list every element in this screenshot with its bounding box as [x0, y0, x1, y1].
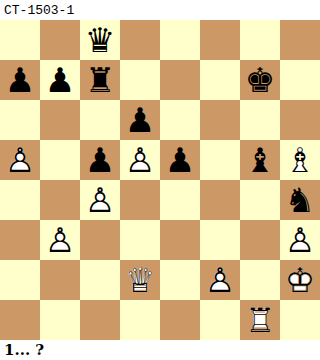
title-bar: CT-1503-1	[0, 0, 320, 20]
square-d6[interactable]: ♟	[120, 100, 160, 140]
square-e3[interactable]	[160, 220, 200, 260]
square-b8[interactable]	[40, 20, 80, 60]
black-queen-c8[interactable]: ♛	[85, 20, 115, 60]
square-b2[interactable]	[40, 260, 80, 300]
square-c6[interactable]	[80, 100, 120, 140]
square-a5[interactable]: ♟♙	[0, 140, 40, 180]
square-g6[interactable]	[240, 100, 280, 140]
square-f1[interactable]	[200, 300, 240, 340]
square-g5[interactable]: ♝	[240, 140, 280, 180]
black-piece-glyph: ♟	[125, 100, 155, 140]
square-d7[interactable]	[120, 60, 160, 100]
black-piece-glyph: ♟	[85, 140, 115, 180]
square-a4[interactable]	[0, 180, 40, 220]
square-h8[interactable]	[280, 20, 320, 60]
square-h4[interactable]: ♞	[280, 180, 320, 220]
square-e5[interactable]: ♟	[160, 140, 200, 180]
square-b1[interactable]	[40, 300, 80, 340]
square-g3[interactable]	[240, 220, 280, 260]
square-e8[interactable]	[160, 20, 200, 60]
square-h3[interactable]: ♟♙	[280, 220, 320, 260]
square-f2[interactable]: ♟♙	[200, 260, 240, 300]
square-a7[interactable]: ♟	[0, 60, 40, 100]
chess-puzzle-screen: CT-1503-1 ♛♟♟♜♚♟♟♙♟♟♙♟♝♝♗♟♙♞♟♙♟♙♛♕♟♙♚♔♜♖…	[0, 0, 320, 360]
black-pawn-b7[interactable]: ♟	[45, 60, 75, 100]
square-d4[interactable]	[120, 180, 160, 220]
square-c5[interactable]: ♟	[80, 140, 120, 180]
square-h6[interactable]	[280, 100, 320, 140]
white-pawn-f2[interactable]: ♟♙	[205, 260, 235, 300]
square-h1[interactable]	[280, 300, 320, 340]
black-pawn-c5[interactable]: ♟	[85, 140, 115, 180]
square-g2[interactable]	[240, 260, 280, 300]
square-f7[interactable]	[200, 60, 240, 100]
square-a2[interactable]	[0, 260, 40, 300]
black-piece-glyph: ♝	[245, 140, 275, 180]
black-bishop-g5[interactable]: ♝	[245, 140, 275, 180]
square-d8[interactable]	[120, 20, 160, 60]
white-piece-outline: ♙	[125, 140, 155, 180]
white-pawn-d5[interactable]: ♟♙	[125, 140, 155, 180]
square-c7[interactable]: ♜	[80, 60, 120, 100]
square-h5[interactable]: ♝♗	[280, 140, 320, 180]
white-king-h2[interactable]: ♚♔	[285, 260, 315, 300]
square-e2[interactable]	[160, 260, 200, 300]
square-d5[interactable]: ♟♙	[120, 140, 160, 180]
black-king-g7[interactable]: ♚	[245, 60, 275, 100]
black-piece-glyph: ♚	[245, 60, 275, 100]
square-g1[interactable]: ♜♖	[240, 300, 280, 340]
square-d1[interactable]	[120, 300, 160, 340]
square-d3[interactable]	[120, 220, 160, 260]
black-piece-glyph: ♟	[5, 60, 35, 100]
square-b5[interactable]	[40, 140, 80, 180]
white-piece-outline: ♙	[85, 180, 115, 220]
black-piece-glyph: ♟	[45, 60, 75, 100]
square-b6[interactable]	[40, 100, 80, 140]
square-f4[interactable]	[200, 180, 240, 220]
white-bishop-h5[interactable]: ♝♗	[285, 140, 315, 180]
white-queen-d2[interactable]: ♛♕	[125, 260, 155, 300]
square-f5[interactable]	[200, 140, 240, 180]
white-piece-outline: ♗	[285, 140, 315, 180]
square-b3[interactable]: ♟♙	[40, 220, 80, 260]
square-h7[interactable]	[280, 60, 320, 100]
square-a6[interactable]	[0, 100, 40, 140]
square-g8[interactable]	[240, 20, 280, 60]
square-a3[interactable]	[0, 220, 40, 260]
square-b4[interactable]	[40, 180, 80, 220]
black-rook-c7[interactable]: ♜	[85, 60, 115, 100]
square-e1[interactable]	[160, 300, 200, 340]
square-f3[interactable]	[200, 220, 240, 260]
black-pawn-d6[interactable]: ♟	[125, 100, 155, 140]
square-h2[interactable]: ♚♔	[280, 260, 320, 300]
square-c4[interactable]: ♟♙	[80, 180, 120, 220]
square-c1[interactable]	[80, 300, 120, 340]
chess-board[interactable]: ♛♟♟♜♚♟♟♙♟♟♙♟♝♝♗♟♙♞♟♙♟♙♛♕♟♙♚♔♜♖	[0, 20, 320, 340]
white-piece-outline: ♙	[5, 140, 35, 180]
square-f6[interactable]	[200, 100, 240, 140]
square-e6[interactable]	[160, 100, 200, 140]
square-b7[interactable]: ♟	[40, 60, 80, 100]
puzzle-title: CT-1503-1	[0, 3, 74, 18]
square-c2[interactable]	[80, 260, 120, 300]
black-piece-glyph: ♟	[165, 140, 195, 180]
square-c3[interactable]	[80, 220, 120, 260]
black-pawn-a7[interactable]: ♟	[5, 60, 35, 100]
square-a1[interactable]	[0, 300, 40, 340]
square-g7[interactable]: ♚	[240, 60, 280, 100]
square-g4[interactable]	[240, 180, 280, 220]
black-pawn-e5[interactable]: ♟	[165, 140, 195, 180]
square-e7[interactable]	[160, 60, 200, 100]
square-e4[interactable]	[160, 180, 200, 220]
white-pawn-b3[interactable]: ♟♙	[45, 220, 75, 260]
square-c8[interactable]: ♛	[80, 20, 120, 60]
black-piece-glyph: ♛	[85, 20, 115, 60]
move-bar: 1... ?	[0, 340, 320, 360]
black-piece-glyph: ♞	[285, 180, 315, 220]
white-piece-outline: ♖	[245, 300, 275, 340]
white-piece-outline: ♔	[285, 260, 315, 300]
white-rook-g1[interactable]: ♜♖	[245, 300, 275, 340]
white-pawn-a5[interactable]: ♟♙	[5, 140, 35, 180]
square-f8[interactable]	[200, 20, 240, 60]
white-piece-outline: ♙	[285, 220, 315, 260]
white-piece-outline: ♕	[125, 260, 155, 300]
move-prompt: 1... ?	[0, 341, 44, 359]
white-pawn-h3[interactable]: ♟♙	[285, 220, 315, 260]
black-knight-h4[interactable]: ♞	[285, 180, 315, 220]
black-piece-glyph: ♜	[85, 60, 115, 100]
square-a8[interactable]	[0, 20, 40, 60]
white-piece-outline: ♙	[205, 260, 235, 300]
white-piece-outline: ♙	[45, 220, 75, 260]
white-pawn-c4[interactable]: ♟♙	[85, 180, 115, 220]
square-d2[interactable]: ♛♕	[120, 260, 160, 300]
